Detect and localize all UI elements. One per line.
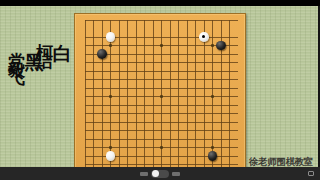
control-label-right <box>172 172 180 176</box>
white-stone-O17 <box>199 32 209 42</box>
star-point <box>211 95 214 98</box>
star-point <box>109 44 112 47</box>
go-board <box>74 13 246 176</box>
star-point <box>160 95 163 98</box>
last-move-marker-icon <box>202 35 205 38</box>
black-label: 黑 <box>25 38 44 56</box>
black-player-name: 党毅飞 <box>8 38 25 65</box>
go-grid <box>85 20 239 174</box>
black-stone-R16 <box>216 41 226 51</box>
playback-toggle[interactable] <box>151 170 169 178</box>
toggle-knob-icon <box>152 170 159 177</box>
star-point <box>211 44 214 47</box>
white-stone-D17 <box>106 32 116 42</box>
video-frame[interactable]: 白 柯洁 黑 党毅飞 徐老师围棋教室 <box>0 0 320 180</box>
black-player-caption: 黑 党毅飞 <box>8 38 44 65</box>
star-point <box>160 146 163 149</box>
white-stone-D3 <box>106 151 116 161</box>
fullscreen-icon[interactable] <box>308 171 314 176</box>
star-point <box>211 146 214 149</box>
letterbox-top <box>0 0 320 6</box>
black-stone-Q3 <box>208 151 218 161</box>
star-point <box>109 146 112 149</box>
tatami-background: 白 柯洁 黑 党毅飞 徐老师围棋教室 <box>0 6 320 167</box>
playback-controls[interactable] <box>140 170 180 178</box>
star-point <box>109 95 112 98</box>
player-control-bar[interactable] <box>0 167 320 180</box>
black-stone-C15 <box>97 49 107 59</box>
control-label-left <box>140 172 148 176</box>
star-point <box>160 44 163 47</box>
